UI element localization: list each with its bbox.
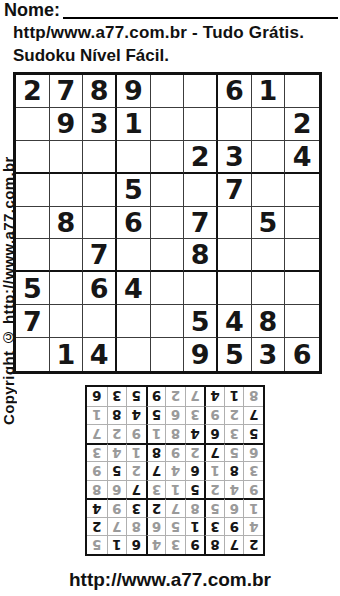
solution-cell-r5c8: 5 [107,461,127,480]
solution-cell-r3c3: 5 [204,498,224,517]
puzzle-cell-r2c4[interactable]: 1 [117,108,151,141]
puzzle-cell-r5c8[interactable]: 5 [252,207,286,240]
difficulty-title: Sudoku Nível Fácil. [13,46,169,66]
solution-cell-r8c6: 5 [146,406,166,425]
solution-cell-r8c5: 6 [165,406,185,425]
solution-cell-r5c7: 2 [126,461,146,480]
solution-cell-r6c7: 1 [126,443,146,462]
solution-cell-r8c8: 8 [107,406,127,425]
solution-cell-r2c5: 5 [165,517,185,536]
solution-cell-r7c7: 9 [126,424,146,443]
puzzle-cell-r9c9[interactable]: 6 [285,338,319,371]
puzzle-cell-r7c4[interactable]: 4 [117,272,151,305]
puzzle-cell-r4c5[interactable] [151,174,185,207]
solution-cell-r3c6: 2 [146,498,166,517]
puzzle-cell-r8c8[interactable]: 8 [252,305,286,338]
puzzle-cell-r7c7[interactable] [218,272,252,305]
solution-cell-r9c9: 6 [87,387,107,406]
puzzle-cell-r6c9[interactable] [285,239,319,272]
puzzle-cell-r5c7[interactable] [218,207,252,240]
solution-cell-r9c8: 3 [107,387,127,406]
solution-cell-r4c4: 5 [185,480,205,499]
puzzle-cell-r2c8[interactable] [252,108,286,141]
puzzle-cell-r8c7[interactable]: 4 [218,305,252,338]
puzzle-cell-r1c3[interactable]: 8 [83,75,117,108]
puzzle-cell-r2c7[interactable] [218,108,252,141]
solution-cell-r6c9: 3 [87,443,107,462]
puzzle-cell-r5c6[interactable]: 7 [184,207,218,240]
puzzle-cell-r4c2[interactable] [50,174,84,207]
puzzle-cell-r6c7[interactable] [218,239,252,272]
solution-cell-r8c3: 9 [204,406,224,425]
solution-cell-r9c4: 7 [185,387,205,406]
solution-cell-r5c3: 1 [204,461,224,480]
solution-cell-r9c5: 2 [165,387,185,406]
solution-cell-r6c5: 9 [165,443,185,462]
puzzle-cell-r1c5[interactable] [151,75,185,108]
puzzle-cell-r2c9[interactable]: 2 [285,108,319,141]
puzzle-cell-r3c5[interactable] [151,141,185,174]
puzzle-cell-r1c7[interactable]: 6 [218,75,252,108]
worksheet-page: Nome: http/www.a77.com.br - Tudo Grátis.… [0,0,340,596]
solution-cell-r5c4: 6 [185,461,205,480]
puzzle-cell-r4c1[interactable] [16,174,50,207]
solution-cell-r7c9: 7 [87,424,107,443]
puzzle-cell-r5c1[interactable] [16,207,50,240]
solution-cell-r5c6: 7 [146,461,166,480]
puzzle-cell-r1c1[interactable]: 2 [16,75,50,108]
solution-cell-r4c7: 7 [126,480,146,499]
solution-cell-r7c6: 1 [146,424,166,443]
solution-cell-r8c4: 3 [185,406,205,425]
puzzle-cell-r7c2[interactable] [50,272,84,305]
puzzle-cell-r8c9[interactable] [285,305,319,338]
puzzle-cell-r7c1[interactable]: 5 [16,272,50,305]
puzzle-cell-r1c4[interactable]: 9 [117,75,151,108]
puzzle-cell-r9c6[interactable]: 9 [184,338,218,371]
solution-cell-r2c4: 1 [185,517,205,536]
solution-cell-r4c8: 6 [107,480,127,499]
puzzle-cell-r4c3[interactable] [83,174,117,207]
puzzle-cell-r3c4[interactable] [117,141,151,174]
puzzle-cell-r7c3[interactable]: 6 [83,272,117,305]
puzzle-cell-r4c6[interactable] [184,174,218,207]
puzzle-cell-r7c6[interactable] [184,272,218,305]
puzzle-cell-r5c9[interactable] [285,207,319,240]
puzzle-cell-r3c7[interactable]: 3 [218,141,252,174]
puzzle-cell-r3c1[interactable] [16,141,50,174]
solution-cell-r9c2: 1 [224,387,244,406]
puzzle-cell-r9c2[interactable]: 1 [50,338,84,371]
solution-cell-r5c9: 9 [87,461,107,480]
solution-cell-r7c8: 2 [107,424,127,443]
puzzle-cell-r6c2[interactable] [50,239,84,272]
name-label: Nome: [4,1,60,20]
solution-cell-r1c6: 4 [146,535,166,554]
puzzle-cell-r5c2[interactable]: 8 [50,207,84,240]
solution-cell-r1c9: 5 [87,535,107,554]
puzzle-cell-r4c9[interactable] [285,174,319,207]
puzzle-cell-r5c4[interactable]: 6 [117,207,151,240]
solution-cell-r3c9: 4 [87,498,107,517]
puzzle-cell-r5c5[interactable] [151,207,185,240]
puzzle-cell-r6c3[interactable]: 7 [83,239,117,272]
solution-cell-r5c1: 3 [243,461,263,480]
solution-cell-r2c1: 4 [243,517,263,536]
solution-cell-r1c5: 3 [165,535,185,554]
puzzle-cell-r8c3[interactable] [83,305,117,338]
puzzle-cell-r4c8[interactable] [252,174,286,207]
solution-cell-r8c1: 7 [243,406,263,425]
puzzle-cell-r9c7[interactable]: 5 [218,338,252,371]
solution-cell-r5c5: 4 [165,461,185,480]
puzzle-cell-r1c8[interactable]: 1 [252,75,286,108]
puzzle-cell-r3c3[interactable] [83,141,117,174]
puzzle-cell-r4c7[interactable]: 7 [218,174,252,207]
name-row: Nome: [4,1,338,20]
puzzle-cell-r8c5[interactable] [151,305,185,338]
solution-cell-r3c7: 3 [126,498,146,517]
puzzle-cell-r2c6[interactable] [184,108,218,141]
solution-cell-r3c2: 6 [224,498,244,517]
solution-cell-r3c8: 9 [107,498,127,517]
solution-cell-r5c2: 8 [224,461,244,480]
solution-cell-r2c3: 3 [204,517,224,536]
solution-cell-r1c4: 9 [185,535,205,554]
solution-cell-r2c8: 7 [107,517,127,536]
puzzle-cell-r8c2[interactable] [50,305,84,338]
puzzle-cell-r9c8[interactable]: 3 [252,338,286,371]
puzzle-cell-r3c9[interactable]: 4 [285,141,319,174]
solution-cell-r2c9: 2 [87,517,107,536]
puzzle-cell-r6c8[interactable] [252,239,286,272]
sudoku-puzzle-grid: 2789619312234578675785647548149536 [13,72,322,374]
solution-cell-r6c8: 4 [107,443,127,462]
solution-cell-r2c6: 6 [146,517,166,536]
puzzle-cell-r6c5[interactable] [151,239,185,272]
solution-cell-r6c1: 6 [243,443,263,462]
solution-cell-r9c1: 8 [243,387,263,406]
solution-cell-r3c1: 1 [243,498,263,517]
solution-cell-r4c1: 9 [243,480,263,499]
solution-cell-r9c3: 4 [204,387,224,406]
puzzle-cell-r8c6[interactable]: 5 [184,305,218,338]
solution-cell-r1c2: 7 [224,535,244,554]
sudoku-solution-grid: 2789346154931568721658723949425137683816… [85,385,265,556]
site-tagline: http/www.a77.com.br - Tudo Grátis. [13,23,304,43]
solution-cell-r6c3: 7 [204,443,224,462]
puzzle-cell-r3c6[interactable]: 2 [184,141,218,174]
solution-cell-r6c6: 8 [146,443,166,462]
puzzle-cell-r6c1[interactable] [16,239,50,272]
puzzle-cell-r7c5[interactable] [151,272,185,305]
solution-cell-r1c3: 8 [204,535,224,554]
puzzle-cell-r1c6[interactable] [184,75,218,108]
puzzle-cell-r4c4[interactable]: 5 [117,174,151,207]
solution-cell-r2c2: 9 [224,517,244,536]
solution-cell-r7c1: 5 [243,424,263,443]
puzzle-cell-r9c4[interactable] [117,338,151,371]
puzzle-cell-r2c3[interactable]: 3 [83,108,117,141]
puzzle-cell-r1c2[interactable]: 7 [50,75,84,108]
solution-cell-r1c8: 1 [107,535,127,554]
solution-cell-r9c6: 9 [146,387,166,406]
solution-cell-r7c3: 6 [204,424,224,443]
puzzle-cell-r9c1[interactable] [16,338,50,371]
solution-cell-r8c9: 1 [87,406,107,425]
solution-cell-r3c5: 7 [165,498,185,517]
solution-cell-r2c7: 8 [126,517,146,536]
puzzle-cell-r2c5[interactable] [151,108,185,141]
solution-cell-r7c4: 4 [185,424,205,443]
puzzle-cell-r6c4[interactable] [117,239,151,272]
puzzle-cell-r5c3[interactable] [83,207,117,240]
solution-cell-r4c2: 4 [224,480,244,499]
puzzle-cell-r2c2[interactable]: 9 [50,108,84,141]
solution-cell-r8c2: 2 [224,406,244,425]
solution-cell-r1c1: 2 [243,535,263,554]
solution-cell-r4c9: 8 [87,480,107,499]
solution-cell-r8c7: 4 [126,406,146,425]
puzzle-cell-r2c1[interactable] [16,108,50,141]
name-blank-line[interactable] [63,17,338,19]
puzzle-cell-r8c1[interactable]: 7 [16,305,50,338]
puzzle-cell-r9c5[interactable] [151,338,185,371]
puzzle-cell-r7c8[interactable] [252,272,286,305]
puzzle-cell-r3c8[interactable] [252,141,286,174]
footer-url: http://www.a77.com.br [0,569,340,591]
solution-cell-r4c5: 1 [165,480,185,499]
solution-cell-r7c2: 3 [224,424,244,443]
solution-cell-r7c5: 8 [165,424,185,443]
solution-cell-r3c4: 8 [185,498,205,517]
solution-cell-r4c6: 3 [146,480,166,499]
puzzle-cell-r1c9[interactable] [285,75,319,108]
solution-cell-r4c3: 2 [204,480,224,499]
solution-cell-r6c2: 5 [224,443,244,462]
puzzle-cell-r7c9[interactable] [285,272,319,305]
solution-cell-r9c7: 5 [126,387,146,406]
solution-cell-r6c4: 2 [185,443,205,462]
puzzle-cell-r8c4[interactable] [117,305,151,338]
puzzle-cell-r9c3[interactable]: 4 [83,338,117,371]
puzzle-cell-r6c6[interactable]: 8 [184,239,218,272]
solution-cell-r1c7: 6 [126,535,146,554]
puzzle-cell-r3c2[interactable] [50,141,84,174]
